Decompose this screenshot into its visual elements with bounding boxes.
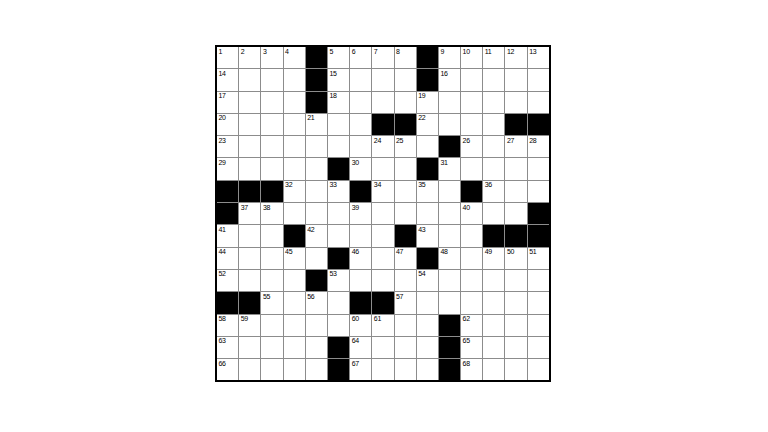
cell-r2c14[interactable] bbox=[505, 69, 526, 90]
clue-number: 27 bbox=[507, 137, 514, 144]
cell-r3c4[interactable] bbox=[284, 92, 305, 113]
cell-r13c4[interactable] bbox=[284, 315, 305, 336]
cell-r11c2[interactable] bbox=[239, 270, 260, 291]
clue-number: 55 bbox=[263, 293, 270, 300]
clue-number: 61 bbox=[374, 315, 381, 322]
cell-r8c12[interactable]: 40 bbox=[461, 203, 482, 224]
cell-r6c8[interactable] bbox=[372, 158, 393, 179]
clue-number: 52 bbox=[219, 270, 226, 277]
cell-r5c1[interactable]: 23 bbox=[217, 136, 238, 157]
clue-number: 66 bbox=[219, 360, 226, 367]
cell-r12c15[interactable] bbox=[528, 292, 549, 313]
clue-number: 8 bbox=[396, 48, 400, 55]
cell-r10c3[interactable] bbox=[261, 248, 282, 269]
cell-r11c8[interactable] bbox=[372, 270, 393, 291]
cell-r13c10[interactable] bbox=[417, 315, 438, 336]
black-square-r14c11 bbox=[439, 337, 460, 358]
cell-r13c13[interactable] bbox=[483, 315, 504, 336]
cell-r4c4[interactable] bbox=[284, 114, 305, 135]
cell-r13c14[interactable] bbox=[505, 315, 526, 336]
cell-r1c11[interactable]: 9 bbox=[439, 47, 460, 68]
cell-r6c7[interactable]: 30 bbox=[350, 158, 371, 179]
cell-r1c2[interactable]: 2 bbox=[239, 47, 260, 68]
clue-number: 13 bbox=[529, 48, 536, 55]
black-square-r10c6 bbox=[328, 248, 349, 269]
cell-r8c8[interactable] bbox=[372, 203, 393, 224]
cell-r10c8[interactable] bbox=[372, 248, 393, 269]
cell-r12c4[interactable] bbox=[284, 292, 305, 313]
black-square-r1c10 bbox=[417, 47, 438, 68]
cell-r15c7[interactable]: 67 bbox=[350, 359, 371, 380]
cell-r15c2[interactable] bbox=[239, 359, 260, 380]
cell-r15c14[interactable] bbox=[505, 359, 526, 380]
cell-r14c4[interactable] bbox=[284, 337, 305, 358]
clue-number: 12 bbox=[507, 48, 514, 55]
cell-r5c12[interactable]: 26 bbox=[461, 136, 482, 157]
clue-number: 68 bbox=[463, 360, 470, 367]
clue-number: 11 bbox=[485, 48, 492, 55]
black-square-r7c1 bbox=[217, 181, 238, 202]
cell-r7c6[interactable]: 33 bbox=[328, 181, 349, 202]
cell-r2c3[interactable] bbox=[261, 69, 282, 90]
black-square-r14c6 bbox=[328, 337, 349, 358]
clue-number: 16 bbox=[440, 70, 447, 77]
black-square-r4c9 bbox=[395, 114, 416, 135]
clue-number: 2 bbox=[241, 48, 245, 55]
cell-r3c13[interactable] bbox=[483, 92, 504, 113]
cell-r13c5[interactable] bbox=[306, 315, 327, 336]
cell-r12c6[interactable] bbox=[328, 292, 349, 313]
cell-r6c9[interactable] bbox=[395, 158, 416, 179]
cell-r13c2[interactable]: 59 bbox=[239, 315, 260, 336]
cell-r15c8[interactable] bbox=[372, 359, 393, 380]
black-square-r4c14 bbox=[505, 114, 526, 135]
cell-r5c5[interactable] bbox=[306, 136, 327, 157]
cell-r12c9[interactable]: 57 bbox=[395, 292, 416, 313]
cell-r3c14[interactable] bbox=[505, 92, 526, 113]
cell-r14c15[interactable] bbox=[528, 337, 549, 358]
clue-number: 62 bbox=[463, 315, 470, 322]
cell-r3c3[interactable] bbox=[261, 92, 282, 113]
clue-number: 1 bbox=[219, 48, 223, 55]
cell-r6c4[interactable] bbox=[284, 158, 305, 179]
cell-r6c2[interactable] bbox=[239, 158, 260, 179]
cell-r11c10[interactable]: 54 bbox=[417, 270, 438, 291]
black-square-r15c11 bbox=[439, 359, 460, 380]
cell-r4c6[interactable] bbox=[328, 114, 349, 135]
clue-number: 24 bbox=[374, 137, 381, 144]
cell-r14c5[interactable] bbox=[306, 337, 327, 358]
clue-number: 10 bbox=[463, 48, 470, 55]
cell-r6c15[interactable] bbox=[528, 158, 549, 179]
black-square-r9c13 bbox=[483, 225, 504, 246]
cell-r1c7[interactable]: 6 bbox=[350, 47, 371, 68]
clue-number: 28 bbox=[529, 137, 536, 144]
cell-r15c9[interactable] bbox=[395, 359, 416, 380]
cell-r5c13[interactable] bbox=[483, 136, 504, 157]
cell-r4c2[interactable] bbox=[239, 114, 260, 135]
clue-number: 44 bbox=[219, 248, 226, 255]
clue-number: 31 bbox=[440, 159, 447, 166]
cell-r13c1[interactable]: 58 bbox=[217, 315, 238, 336]
black-square-r11c5 bbox=[306, 270, 327, 291]
cell-r9c5[interactable]: 42 bbox=[306, 225, 327, 246]
cell-r14c14[interactable] bbox=[505, 337, 526, 358]
cell-r8c3[interactable]: 38 bbox=[261, 203, 282, 224]
black-square-r12c7 bbox=[350, 292, 371, 313]
cell-r4c7[interactable] bbox=[350, 114, 371, 135]
cell-r2c6[interactable]: 15 bbox=[328, 69, 349, 90]
cell-r10c12[interactable] bbox=[461, 248, 482, 269]
cell-r10c11[interactable]: 48 bbox=[439, 248, 460, 269]
black-square-r10c10 bbox=[417, 248, 438, 269]
cell-r9c7[interactable] bbox=[350, 225, 371, 246]
clue-number: 42 bbox=[307, 226, 314, 233]
cell-r1c12[interactable]: 10 bbox=[461, 47, 482, 68]
clue-number: 23 bbox=[219, 137, 226, 144]
black-square-r1c5 bbox=[306, 47, 327, 68]
clue-number: 57 bbox=[396, 293, 403, 300]
cell-r10c9[interactable]: 47 bbox=[395, 248, 416, 269]
cell-r8c2[interactable]: 37 bbox=[239, 203, 260, 224]
cell-r3c15[interactable] bbox=[528, 92, 549, 113]
cell-r9c1[interactable]: 41 bbox=[217, 225, 238, 246]
cell-r8c11[interactable] bbox=[439, 203, 460, 224]
clue-number: 20 bbox=[219, 114, 226, 121]
cell-r5c2[interactable] bbox=[239, 136, 260, 157]
clue-number: 54 bbox=[418, 270, 425, 277]
cell-r4c13[interactable] bbox=[483, 114, 504, 135]
clue-number: 38 bbox=[263, 204, 270, 211]
black-square-r12c1 bbox=[217, 292, 238, 313]
cell-r1c3[interactable]: 3 bbox=[261, 47, 282, 68]
crossword-grid: 1234567891011121314151617181920212223242… bbox=[215, 45, 551, 382]
cell-r12c3[interactable]: 55 bbox=[261, 292, 282, 313]
cell-r8c5[interactable] bbox=[306, 203, 327, 224]
clue-number: 58 bbox=[219, 315, 226, 322]
black-square-r2c5 bbox=[306, 69, 327, 90]
clue-number: 36 bbox=[485, 181, 492, 188]
cell-r8c14[interactable] bbox=[505, 203, 526, 224]
clue-number: 43 bbox=[418, 226, 425, 233]
cell-r8c7[interactable]: 39 bbox=[350, 203, 371, 224]
cell-r14c2[interactable] bbox=[239, 337, 260, 358]
cell-r10c15[interactable]: 51 bbox=[528, 248, 549, 269]
cell-r3c6[interactable]: 18 bbox=[328, 92, 349, 113]
cell-r8c10[interactable] bbox=[417, 203, 438, 224]
cell-r6c12[interactable] bbox=[461, 158, 482, 179]
cell-r2c4[interactable] bbox=[284, 69, 305, 90]
black-square-r12c2 bbox=[239, 292, 260, 313]
clue-number: 53 bbox=[329, 270, 336, 277]
clue-number: 41 bbox=[219, 226, 226, 233]
cell-r2c15[interactable] bbox=[528, 69, 549, 90]
black-square-r4c8 bbox=[372, 114, 393, 135]
black-square-r6c10 bbox=[417, 158, 438, 179]
clue-number: 30 bbox=[352, 159, 359, 166]
cell-r6c3[interactable] bbox=[261, 158, 282, 179]
cell-r2c2[interactable] bbox=[239, 69, 260, 90]
cell-r7c15[interactable] bbox=[528, 181, 549, 202]
cell-r12c14[interactable] bbox=[505, 292, 526, 313]
clue-number: 39 bbox=[352, 204, 359, 211]
clue-number: 63 bbox=[219, 337, 226, 344]
black-square-r8c1 bbox=[217, 203, 238, 224]
cell-r10c5[interactable] bbox=[306, 248, 327, 269]
clue-number: 48 bbox=[440, 248, 447, 255]
cell-r10c1[interactable]: 44 bbox=[217, 248, 238, 269]
clue-number: 15 bbox=[329, 70, 336, 77]
cell-r11c13[interactable] bbox=[483, 270, 504, 291]
cell-r10c7[interactable]: 46 bbox=[350, 248, 371, 269]
cell-r11c12[interactable] bbox=[461, 270, 482, 291]
cell-r11c11[interactable] bbox=[439, 270, 460, 291]
cell-r12c10[interactable] bbox=[417, 292, 438, 313]
cell-r2c8[interactable] bbox=[372, 69, 393, 90]
cell-r2c12[interactable] bbox=[461, 69, 482, 90]
cell-r13c6[interactable] bbox=[328, 315, 349, 336]
clue-number: 65 bbox=[463, 337, 470, 344]
clue-number: 17 bbox=[219, 92, 226, 99]
cell-r15c3[interactable] bbox=[261, 359, 282, 380]
clue-number: 33 bbox=[329, 181, 336, 188]
clue-number: 59 bbox=[241, 315, 248, 322]
cell-r9c10[interactable]: 43 bbox=[417, 225, 438, 246]
cell-r4c1[interactable]: 20 bbox=[217, 114, 238, 135]
cell-r7c13[interactable]: 36 bbox=[483, 181, 504, 202]
cell-r2c9[interactable] bbox=[395, 69, 416, 90]
clue-number: 21 bbox=[307, 114, 314, 121]
black-square-r7c3 bbox=[261, 181, 282, 202]
cell-r15c13[interactable] bbox=[483, 359, 504, 380]
cell-r5c6[interactable] bbox=[328, 136, 349, 157]
black-square-r5c11 bbox=[439, 136, 460, 157]
cell-r14c9[interactable] bbox=[395, 337, 416, 358]
cell-r15c15[interactable] bbox=[528, 359, 549, 380]
cell-r8c6[interactable] bbox=[328, 203, 349, 224]
cell-r4c10[interactable]: 22 bbox=[417, 114, 438, 135]
black-square-r6c6 bbox=[328, 158, 349, 179]
cell-r7c8[interactable]: 34 bbox=[372, 181, 393, 202]
cell-r4c5[interactable]: 21 bbox=[306, 114, 327, 135]
cell-r15c10[interactable] bbox=[417, 359, 438, 380]
cell-r5c7[interactable] bbox=[350, 136, 371, 157]
cell-r1c15[interactable]: 13 bbox=[528, 47, 549, 68]
cell-r10c14[interactable]: 50 bbox=[505, 248, 526, 269]
cell-r6c1[interactable]: 29 bbox=[217, 158, 238, 179]
clue-number: 22 bbox=[418, 114, 425, 121]
cell-r9c11[interactable] bbox=[439, 225, 460, 246]
cell-r2c7[interactable] bbox=[350, 69, 371, 90]
clue-number: 6 bbox=[352, 48, 356, 55]
cell-r4c3[interactable] bbox=[261, 114, 282, 135]
clue-number: 60 bbox=[352, 315, 359, 322]
cell-r1c4[interactable]: 4 bbox=[284, 47, 305, 68]
cell-r3c12[interactable] bbox=[461, 92, 482, 113]
black-square-r7c7 bbox=[350, 181, 371, 202]
cell-r5c4[interactable] bbox=[284, 136, 305, 157]
cell-r14c8[interactable] bbox=[372, 337, 393, 358]
cell-r5c15[interactable]: 28 bbox=[528, 136, 549, 157]
clue-number: 47 bbox=[396, 248, 403, 255]
cell-r13c3[interactable] bbox=[261, 315, 282, 336]
clue-number: 34 bbox=[374, 181, 381, 188]
cell-r13c7[interactable]: 60 bbox=[350, 315, 371, 336]
cell-r9c3[interactable] bbox=[261, 225, 282, 246]
black-square-r13c11 bbox=[439, 315, 460, 336]
cell-r7c5[interactable] bbox=[306, 181, 327, 202]
cell-r8c4[interactable] bbox=[284, 203, 305, 224]
cell-r10c4[interactable]: 45 bbox=[284, 248, 305, 269]
cell-r1c6[interactable]: 5 bbox=[328, 47, 349, 68]
cell-r7c10[interactable]: 35 bbox=[417, 181, 438, 202]
cell-r3c10[interactable]: 19 bbox=[417, 92, 438, 113]
clue-number: 35 bbox=[418, 181, 425, 188]
cell-r2c13[interactable] bbox=[483, 69, 504, 90]
cell-r11c6[interactable]: 53 bbox=[328, 270, 349, 291]
cell-r6c13[interactable] bbox=[483, 158, 504, 179]
cell-r8c13[interactable] bbox=[483, 203, 504, 224]
cell-r15c1[interactable]: 66 bbox=[217, 359, 238, 380]
black-square-r12c8 bbox=[372, 292, 393, 313]
cell-r6c14[interactable] bbox=[505, 158, 526, 179]
cell-r12c5[interactable]: 56 bbox=[306, 292, 327, 313]
cell-r14c10[interactable] bbox=[417, 337, 438, 358]
clue-number: 19 bbox=[418, 92, 425, 99]
black-square-r9c15 bbox=[528, 225, 549, 246]
cell-r3c8[interactable] bbox=[372, 92, 393, 113]
clue-number: 14 bbox=[219, 70, 226, 77]
cell-r1c8[interactable]: 7 bbox=[372, 47, 393, 68]
cell-r15c5[interactable] bbox=[306, 359, 327, 380]
clue-number: 37 bbox=[241, 204, 248, 211]
black-square-r3c5 bbox=[306, 92, 327, 113]
cell-r5c10[interactable] bbox=[417, 136, 438, 157]
cell-r1c14[interactable]: 12 bbox=[505, 47, 526, 68]
cell-r10c13[interactable]: 49 bbox=[483, 248, 504, 269]
cell-r14c12[interactable]: 65 bbox=[461, 337, 482, 358]
clue-number: 9 bbox=[440, 48, 444, 55]
cell-r11c7[interactable] bbox=[350, 270, 371, 291]
cell-r1c9[interactable]: 8 bbox=[395, 47, 416, 68]
cell-r13c8[interactable]: 61 bbox=[372, 315, 393, 336]
cell-r11c9[interactable] bbox=[395, 270, 416, 291]
cell-r11c3[interactable] bbox=[261, 270, 282, 291]
cell-r14c1[interactable]: 63 bbox=[217, 337, 238, 358]
cell-r5c9[interactable]: 25 bbox=[395, 136, 416, 157]
cell-r7c9[interactable] bbox=[395, 181, 416, 202]
clue-number: 25 bbox=[396, 137, 403, 144]
cell-r13c12[interactable]: 62 bbox=[461, 315, 482, 336]
clue-number: 49 bbox=[485, 248, 492, 255]
black-square-r15c6 bbox=[328, 359, 349, 380]
black-square-r7c12 bbox=[461, 181, 482, 202]
clue-number: 64 bbox=[352, 337, 359, 344]
cell-r7c11[interactable] bbox=[439, 181, 460, 202]
cell-r3c11[interactable] bbox=[439, 92, 460, 113]
cell-r2c1[interactable]: 14 bbox=[217, 69, 238, 90]
cell-r6c11[interactable]: 31 bbox=[439, 158, 460, 179]
cell-r1c1[interactable]: 1 bbox=[217, 47, 238, 68]
black-square-r8c15 bbox=[528, 203, 549, 224]
cell-r5c3[interactable] bbox=[261, 136, 282, 157]
cell-r3c2[interactable] bbox=[239, 92, 260, 113]
clue-number: 4 bbox=[285, 48, 289, 55]
cell-r13c9[interactable] bbox=[395, 315, 416, 336]
cell-r6c5[interactable] bbox=[306, 158, 327, 179]
cell-r12c11[interactable] bbox=[439, 292, 460, 313]
cell-r12c13[interactable] bbox=[483, 292, 504, 313]
clue-number: 67 bbox=[352, 360, 359, 367]
clue-number: 26 bbox=[463, 137, 470, 144]
cell-r8c9[interactable] bbox=[395, 203, 416, 224]
cell-r12c12[interactable] bbox=[461, 292, 482, 313]
clue-number: 5 bbox=[329, 48, 333, 55]
cell-r3c9[interactable] bbox=[395, 92, 416, 113]
cell-r9c2[interactable] bbox=[239, 225, 260, 246]
black-square-r2c10 bbox=[417, 69, 438, 90]
clue-number: 51 bbox=[529, 248, 536, 255]
cell-r11c15[interactable] bbox=[528, 270, 549, 291]
cell-r9c8[interactable] bbox=[372, 225, 393, 246]
cell-r14c3[interactable] bbox=[261, 337, 282, 358]
black-square-r9c4 bbox=[284, 225, 305, 246]
cell-r7c14[interactable] bbox=[505, 181, 526, 202]
cell-r3c1[interactable]: 17 bbox=[217, 92, 238, 113]
black-square-r7c2 bbox=[239, 181, 260, 202]
cell-r11c4[interactable] bbox=[284, 270, 305, 291]
black-square-r9c9 bbox=[395, 225, 416, 246]
cell-r2c11[interactable]: 16 bbox=[439, 69, 460, 90]
cell-r7c4[interactable]: 32 bbox=[284, 181, 305, 202]
cell-r5c14[interactable]: 27 bbox=[505, 136, 526, 157]
cell-r13c15[interactable] bbox=[528, 315, 549, 336]
clue-number: 18 bbox=[329, 92, 336, 99]
cell-r5c8[interactable]: 24 bbox=[372, 136, 393, 157]
clue-number: 29 bbox=[219, 159, 226, 166]
cell-r14c13[interactable] bbox=[483, 337, 504, 358]
clue-number: 45 bbox=[285, 248, 292, 255]
cell-r11c1[interactable]: 52 bbox=[217, 270, 238, 291]
cell-r14c7[interactable]: 64 bbox=[350, 337, 371, 358]
black-square-r4c15 bbox=[528, 114, 549, 135]
clue-number: 40 bbox=[463, 204, 470, 211]
clue-number: 46 bbox=[352, 248, 359, 255]
page: { "game": "crossword", "grid": { "rows":… bbox=[0, 0, 768, 432]
clue-number: 7 bbox=[374, 48, 378, 55]
cell-r10c2[interactable] bbox=[239, 248, 260, 269]
cell-r15c4[interactable] bbox=[284, 359, 305, 380]
cell-r4c11[interactable] bbox=[439, 114, 460, 135]
clue-number: 50 bbox=[507, 248, 514, 255]
cell-r9c6[interactable] bbox=[328, 225, 349, 246]
cell-r3c7[interactable] bbox=[350, 92, 371, 113]
cell-r11c14[interactable] bbox=[505, 270, 526, 291]
clue-number: 32 bbox=[285, 181, 292, 188]
cell-r1c13[interactable]: 11 bbox=[483, 47, 504, 68]
cell-r9c12[interactable] bbox=[461, 225, 482, 246]
black-square-r9c14 bbox=[505, 225, 526, 246]
clue-number: 3 bbox=[263, 48, 267, 55]
clue-number: 56 bbox=[307, 293, 314, 300]
cell-r15c12[interactable]: 68 bbox=[461, 359, 482, 380]
cell-r4c12[interactable] bbox=[461, 114, 482, 135]
